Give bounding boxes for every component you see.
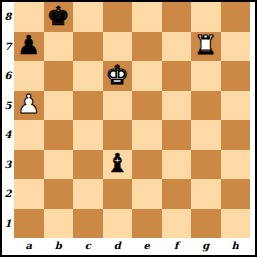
file-label-a: a	[14, 238, 44, 253]
square-f2[interactable]	[162, 179, 192, 209]
rank-label-4: 4	[2, 120, 14, 150]
square-c3[interactable]	[73, 150, 103, 180]
file-label-e: e	[132, 238, 162, 253]
square-e7[interactable]	[132, 32, 162, 62]
square-f6[interactable]	[162, 61, 192, 91]
square-b3[interactable]	[44, 150, 74, 180]
square-a1[interactable]	[14, 209, 44, 239]
file-label-b: b	[44, 238, 74, 253]
square-b8[interactable]: ♚	[44, 2, 74, 32]
square-b2[interactable]	[44, 179, 74, 209]
rank-label-7: 7	[2, 32, 14, 62]
square-g6[interactable]	[191, 61, 221, 91]
rank-label-6: 6	[2, 61, 14, 91]
rank-label-1: 1	[2, 209, 14, 239]
black-pawn[interactable]: ♟	[17, 32, 40, 58]
black-bishop[interactable]: ♝	[106, 150, 129, 176]
square-g2[interactable]	[191, 179, 221, 209]
file-label-g: g	[191, 238, 221, 253]
square-g3[interactable]	[191, 150, 221, 180]
square-g8[interactable]	[191, 2, 221, 32]
square-b6[interactable]	[44, 61, 74, 91]
square-f5[interactable]	[162, 91, 192, 121]
file-label-c: c	[73, 238, 103, 253]
square-d5[interactable]	[103, 91, 133, 121]
square-d1[interactable]	[103, 209, 133, 239]
chess-board-diagram: 8♚7♟♜6♚5♟43♝21abcdefgh	[0, 0, 257, 257]
square-e5[interactable]	[132, 91, 162, 121]
square-h8[interactable]	[221, 2, 251, 32]
square-b1[interactable]	[44, 209, 74, 239]
square-g7[interactable]: ♜	[191, 32, 221, 62]
square-d6[interactable]: ♚	[103, 61, 133, 91]
square-a2[interactable]	[14, 179, 44, 209]
rank-label-3: 3	[2, 150, 14, 180]
square-a4[interactable]	[14, 120, 44, 150]
square-c2[interactable]	[73, 179, 103, 209]
square-e1[interactable]	[132, 209, 162, 239]
board-layout: 8♚7♟♜6♚5♟43♝21abcdefgh	[2, 2, 255, 253]
rank-label-2: 2	[2, 179, 14, 209]
square-a3[interactable]	[14, 150, 44, 180]
square-f8[interactable]	[162, 2, 192, 32]
square-e2[interactable]	[132, 179, 162, 209]
square-g5[interactable]	[191, 91, 221, 121]
square-d7[interactable]	[103, 32, 133, 62]
file-label-d: d	[103, 238, 133, 253]
square-f7[interactable]	[162, 32, 192, 62]
square-c7[interactable]	[73, 32, 103, 62]
square-f1[interactable]	[162, 209, 192, 239]
square-f4[interactable]	[162, 120, 192, 150]
square-h3[interactable]	[221, 150, 251, 180]
rank-label-5: 5	[2, 91, 14, 121]
square-c5[interactable]	[73, 91, 103, 121]
square-d8[interactable]	[103, 2, 133, 32]
square-e8[interactable]	[132, 2, 162, 32]
square-g1[interactable]	[191, 209, 221, 239]
square-a6[interactable]	[14, 61, 44, 91]
square-a8[interactable]	[14, 2, 44, 32]
square-e4[interactable]	[132, 120, 162, 150]
square-d3[interactable]: ♝	[103, 150, 133, 180]
square-b4[interactable]	[44, 120, 74, 150]
square-c4[interactable]	[73, 120, 103, 150]
label-corner	[2, 238, 14, 253]
white-king[interactable]: ♚	[106, 62, 129, 88]
square-h5[interactable]	[221, 91, 251, 121]
square-a5[interactable]: ♟	[14, 91, 44, 121]
square-h1[interactable]	[221, 209, 251, 239]
square-e6[interactable]	[132, 61, 162, 91]
rank-label-8: 8	[2, 2, 14, 32]
square-d2[interactable]	[103, 179, 133, 209]
square-a7[interactable]: ♟	[14, 32, 44, 62]
square-c6[interactable]	[73, 61, 103, 91]
square-b5[interactable]	[44, 91, 74, 121]
square-c1[interactable]	[73, 209, 103, 239]
square-h4[interactable]	[221, 120, 251, 150]
square-h2[interactable]	[221, 179, 251, 209]
black-king[interactable]: ♚	[47, 3, 70, 29]
file-label-h: h	[221, 238, 251, 253]
square-c8[interactable]	[73, 2, 103, 32]
square-b7[interactable]	[44, 32, 74, 62]
square-e3[interactable]	[132, 150, 162, 180]
square-h6[interactable]	[221, 61, 251, 91]
square-f3[interactable]	[162, 150, 192, 180]
square-h7[interactable]	[221, 32, 251, 62]
white-rook[interactable]: ♜	[194, 32, 217, 58]
white-pawn[interactable]: ♟	[17, 91, 40, 117]
square-d4[interactable]	[103, 120, 133, 150]
file-label-f: f	[162, 238, 192, 253]
square-g4[interactable]	[191, 120, 221, 150]
